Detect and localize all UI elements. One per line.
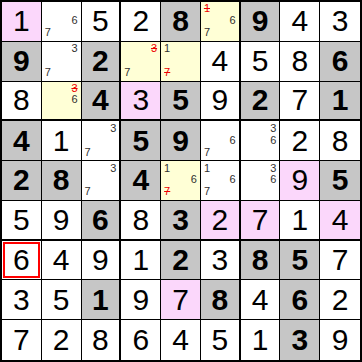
given-digit: 9 xyxy=(172,126,189,156)
entered-digit: 3 xyxy=(132,85,149,115)
cell-r9c4[interactable]: 6 xyxy=(121,320,161,360)
given-digit: 5 xyxy=(332,165,349,195)
cell-r2c7[interactable]: 5 xyxy=(241,42,281,82)
cell-r6c8[interactable]: 1 xyxy=(280,201,320,241)
cell-r2c1[interactable]: 9 xyxy=(2,42,42,82)
entered-digit: 1 xyxy=(13,6,30,36)
entered-digit: 2 xyxy=(291,126,308,156)
cell-r3c6[interactable]: 9 xyxy=(201,82,241,122)
entered-digit: 2 xyxy=(53,325,70,355)
given-digit: 1 xyxy=(332,85,349,115)
entered-digit: 2 xyxy=(211,205,228,235)
cell-r9c2[interactable]: 2 xyxy=(42,320,82,360)
cell-r3c3[interactable]: 4 xyxy=(82,82,122,122)
candidate: 7 xyxy=(45,27,56,39)
cell-r1c9[interactable]: 3 xyxy=(320,2,360,42)
entered-digit: 3 xyxy=(13,285,30,315)
given-digit: 3 xyxy=(291,325,308,355)
entered-digit: 2 xyxy=(332,285,349,315)
cell-r2c9[interactable]: 6 xyxy=(320,42,360,82)
given-digit: 2 xyxy=(172,245,189,275)
cell-r5c2[interactable]: 8 xyxy=(42,161,82,201)
given-digit: 8 xyxy=(53,165,70,195)
cell-r1c4[interactable]: 2 xyxy=(121,2,161,42)
entered-digit: 7 xyxy=(252,205,269,235)
cell-r5c5[interactable]: 167 xyxy=(161,161,201,201)
entered-digit: 5 xyxy=(13,205,30,235)
pencil-marks: 17 xyxy=(164,43,197,79)
given-digit: 8 xyxy=(252,245,269,275)
candidate: 6 xyxy=(67,94,78,106)
cell-r3c8[interactable]: 7 xyxy=(280,82,320,122)
pencil-marks: 37 xyxy=(85,122,117,158)
entered-digit: 8 xyxy=(291,46,308,76)
cell-r1c5[interactable]: 8 xyxy=(161,2,201,42)
candidate: 1 xyxy=(204,162,215,174)
entered-digit: 4 xyxy=(172,325,189,355)
cell-r9c5[interactable]: 4 xyxy=(161,320,201,360)
given-digit: 2 xyxy=(13,165,30,195)
cell-r7c6[interactable]: 3 xyxy=(201,241,241,281)
cell-r1c1[interactable]: 1 xyxy=(2,2,42,42)
cell-r9c3[interactable]: 8 xyxy=(82,320,122,360)
candidate: 3 xyxy=(266,162,277,174)
pencil-marks: 67 xyxy=(45,3,78,39)
entered-digit: 9 xyxy=(211,85,228,115)
candidate: 7 xyxy=(45,67,56,79)
cell-r9c8[interactable]: 3 xyxy=(280,320,320,360)
given-digit: 6 xyxy=(332,46,349,76)
cell-r6c1[interactable]: 5 xyxy=(2,201,42,241)
entered-digit: 9 xyxy=(132,285,149,315)
candidate: 3 xyxy=(106,122,117,134)
cell-r1c6[interactable]: 167 xyxy=(201,2,241,42)
candidate: 6 xyxy=(225,15,236,27)
candidate: 1 xyxy=(164,43,175,55)
pencil-marks: 37 xyxy=(45,43,78,79)
entered-digit: 1 xyxy=(53,126,70,156)
cell-r9c6[interactable]: 5 xyxy=(201,320,241,360)
entered-digit: 5 xyxy=(92,6,109,36)
cell-r7c3[interactable]: 9 xyxy=(82,241,122,281)
cell-r6c4[interactable]: 8 xyxy=(121,201,161,241)
eliminated-candidate: 7 xyxy=(164,186,175,198)
given-digit: 5 xyxy=(132,126,149,156)
cell-r6c6[interactable]: 2 xyxy=(201,201,241,241)
cell-r4c4[interactable]: 5 xyxy=(121,121,161,161)
cell-r5c4[interactable]: 4 xyxy=(121,161,161,201)
eliminated-candidate: 7 xyxy=(164,67,175,79)
eliminated-candidate: 1 xyxy=(204,3,215,15)
cell-r6c2[interactable]: 9 xyxy=(42,201,82,241)
entered-digit: 3 xyxy=(332,6,349,36)
entered-digit: 4 xyxy=(252,285,269,315)
entered-digit: 3 xyxy=(211,245,228,275)
cell-r8c5[interactable]: 7 xyxy=(161,280,201,320)
entered-digit: 1 xyxy=(252,325,269,355)
entered-digit: 2 xyxy=(132,6,149,36)
given-digit: 8 xyxy=(172,6,189,36)
cell-r3c7[interactable]: 2 xyxy=(241,82,281,122)
candidate: 3 xyxy=(67,43,78,55)
entered-digit: 4 xyxy=(332,205,349,235)
entered-digit: 9 xyxy=(53,205,70,235)
cell-r4c2[interactable]: 1 xyxy=(42,121,82,161)
cell-r2c4[interactable]: 37 xyxy=(121,42,161,82)
entered-digit: 8 xyxy=(92,325,109,355)
entered-digit: 9 xyxy=(92,245,109,275)
cell-r4c7[interactable]: 36 xyxy=(241,121,281,161)
cell-r5c7[interactable]: 36 xyxy=(241,161,281,201)
candidate: 7 xyxy=(85,146,96,158)
given-digit: 3 xyxy=(172,205,189,235)
cell-r4c9[interactable]: 8 xyxy=(320,121,360,161)
cell-r8c7[interactable]: 4 xyxy=(241,280,281,320)
cell-r5c6[interactable]: 167 xyxy=(201,161,241,201)
cell-r9c7[interactable]: 1 xyxy=(241,320,281,360)
cell-r7c2[interactable]: 4 xyxy=(42,241,82,281)
entered-digit: 4 xyxy=(291,6,308,36)
cell-r3c5[interactable]: 5 xyxy=(161,82,201,122)
cell-r8c9[interactable]: 2 xyxy=(320,280,360,320)
entered-digit: 4 xyxy=(53,245,70,275)
given-digit: 5 xyxy=(172,85,189,115)
candidate: 7 xyxy=(204,27,215,39)
sudoku-board: 1675281679439372371745868364359271413759… xyxy=(0,0,362,362)
given-digit: 9 xyxy=(252,6,269,36)
cell-r8c1[interactable]: 3 xyxy=(2,280,42,320)
cell-r8c2[interactable]: 5 xyxy=(42,280,82,320)
pencil-marks: 167 xyxy=(204,3,236,39)
eliminated-candidate: 3 xyxy=(146,43,157,55)
cell-r7c7[interactable]: 8 xyxy=(241,241,281,281)
pencil-marks: 36 xyxy=(244,162,277,198)
entered-digit: 1 xyxy=(132,245,149,275)
entered-digit: 7 xyxy=(332,245,349,275)
cell-r3c4[interactable]: 3 xyxy=(121,82,161,122)
given-digit: 6 xyxy=(291,285,308,315)
candidate: 6 xyxy=(225,134,236,146)
cell-r2c2[interactable]: 37 xyxy=(42,42,82,82)
cell-r7c1[interactable]: 6 xyxy=(2,241,42,281)
cell-r6c3[interactable]: 6 xyxy=(82,201,122,241)
given-digit: 4 xyxy=(92,85,109,115)
entered-digit: 8 xyxy=(132,205,149,235)
entered-digit: 8 xyxy=(13,85,30,115)
candidate: 7 xyxy=(85,186,96,198)
cell-r6c9[interactable]: 4 xyxy=(320,201,360,241)
cell-r8c8[interactable]: 6 xyxy=(280,280,320,320)
pencil-marks: 167 xyxy=(204,162,236,198)
given-digit: 4 xyxy=(13,126,30,156)
cell-r5c9[interactable]: 5 xyxy=(320,161,360,201)
cell-r5c1[interactable]: 2 xyxy=(2,161,42,201)
cell-r2c3[interactable]: 2 xyxy=(82,42,122,82)
cell-r2c8[interactable]: 8 xyxy=(280,42,320,82)
pencil-marks: 37 xyxy=(85,162,117,198)
cell-r5c3[interactable]: 37 xyxy=(82,161,122,201)
given-digit: 2 xyxy=(252,85,269,115)
entered-digit: 6 xyxy=(13,245,30,275)
entered-digit: 7 xyxy=(172,285,189,315)
cell-r4c5[interactable]: 9 xyxy=(161,121,201,161)
cell-r3c2[interactable]: 36 xyxy=(42,82,82,122)
cell-r1c3[interactable]: 5 xyxy=(82,2,122,42)
given-digit: 2 xyxy=(92,46,109,76)
cell-r1c7[interactable]: 9 xyxy=(241,2,281,42)
cell-r9c1[interactable]: 7 xyxy=(2,320,42,360)
pencil-marks: 67 xyxy=(204,122,236,158)
entered-digit: 9 xyxy=(291,165,308,195)
candidate: 6 xyxy=(67,15,78,27)
candidate: 7 xyxy=(124,67,135,79)
given-digit: 6 xyxy=(92,205,109,235)
candidate: 6 xyxy=(266,134,277,146)
cell-r1c2[interactable]: 67 xyxy=(42,2,82,42)
candidate: 3 xyxy=(266,122,277,134)
cell-r6c5[interactable]: 3 xyxy=(161,201,201,241)
given-digit: 1 xyxy=(92,285,109,315)
candidate: 3 xyxy=(106,162,117,174)
candidate: 6 xyxy=(225,174,236,186)
cell-r2c6[interactable]: 4 xyxy=(201,42,241,82)
cell-r1c8[interactable]: 4 xyxy=(280,2,320,42)
cell-r7c5[interactable]: 2 xyxy=(161,241,201,281)
pencil-marks: 36 xyxy=(45,83,78,118)
entered-digit: 9 xyxy=(332,325,349,355)
given-digit: 5 xyxy=(291,245,308,275)
cell-r3c9[interactable]: 1 xyxy=(320,82,360,122)
entered-digit: 5 xyxy=(252,46,269,76)
eliminated-candidate: 3 xyxy=(67,83,78,95)
pencil-marks: 167 xyxy=(164,162,197,198)
entered-digit: 1 xyxy=(291,205,308,235)
entered-digit: 5 xyxy=(53,285,70,315)
candidate: 6 xyxy=(186,174,197,186)
entered-digit: 7 xyxy=(13,325,30,355)
entered-digit: 6 xyxy=(132,325,149,355)
given-digit: 4 xyxy=(132,165,149,195)
cell-r4c6[interactable]: 67 xyxy=(201,121,241,161)
cell-r5c8[interactable]: 9 xyxy=(280,161,320,201)
cell-r2c5[interactable]: 17 xyxy=(161,42,201,82)
cell-r7c8[interactable]: 5 xyxy=(280,241,320,281)
pencil-marks: 37 xyxy=(124,43,157,79)
entered-digit: 5 xyxy=(211,325,228,355)
candidate: 6 xyxy=(266,174,277,186)
cell-r7c9[interactable]: 7 xyxy=(320,241,360,281)
given-digit: 8 xyxy=(211,285,228,315)
cell-r8c3[interactable]: 1 xyxy=(82,280,122,320)
cell-r8c4[interactable]: 9 xyxy=(121,280,161,320)
candidate: 7 xyxy=(204,186,215,198)
entered-digit: 4 xyxy=(211,46,228,76)
cell-r3c1[interactable]: 8 xyxy=(2,82,42,122)
candidate: 1 xyxy=(164,162,175,174)
cell-r7c4[interactable]: 1 xyxy=(121,241,161,281)
entered-digit: 8 xyxy=(332,126,349,156)
entered-digit: 7 xyxy=(291,85,308,115)
candidate: 7 xyxy=(204,146,215,158)
cell-r8c6[interactable]: 8 xyxy=(201,280,241,320)
cell-r9c9[interactable]: 9 xyxy=(320,320,360,360)
cell-r4c8[interactable]: 2 xyxy=(280,121,320,161)
cell-r4c3[interactable]: 37 xyxy=(82,121,122,161)
given-digit: 9 xyxy=(13,46,30,76)
cell-r6c7[interactable]: 7 xyxy=(241,201,281,241)
pencil-marks: 36 xyxy=(244,122,277,158)
cell-r4c1[interactable]: 4 xyxy=(2,121,42,161)
